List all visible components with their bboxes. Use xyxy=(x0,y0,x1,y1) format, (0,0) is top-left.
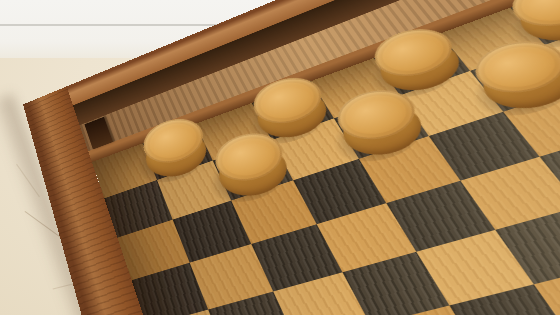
checker-piece-c7[interactable] xyxy=(211,139,297,203)
checker-piece-g7[interactable] xyxy=(470,47,560,118)
checker-piece-b8[interactable] xyxy=(139,124,214,184)
checker-piece-e7[interactable] xyxy=(333,96,434,164)
checkers-board xyxy=(92,0,560,315)
checkers-board-photo xyxy=(0,0,560,315)
